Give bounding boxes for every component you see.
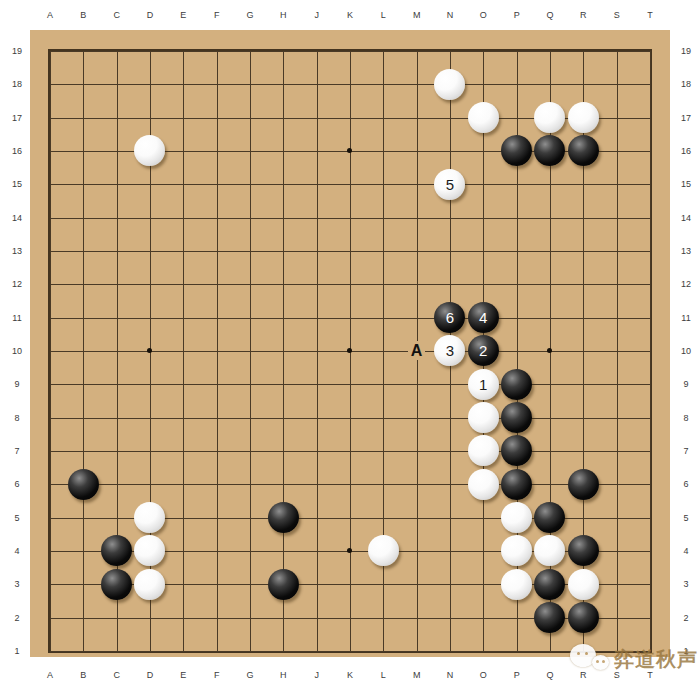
board-point[interactable] xyxy=(367,134,400,167)
board-point[interactable] xyxy=(433,34,466,67)
board-point[interactable] xyxy=(400,601,433,634)
board-point[interactable] xyxy=(33,334,66,367)
board-point[interactable] xyxy=(633,268,666,301)
board-point[interactable] xyxy=(167,68,200,101)
board-point[interactable] xyxy=(633,601,666,634)
board-point[interactable] xyxy=(633,234,666,267)
board-point[interactable] xyxy=(500,368,533,401)
board-point[interactable] xyxy=(300,568,333,601)
board-point[interactable] xyxy=(100,534,133,567)
board-point[interactable] xyxy=(33,568,66,601)
board-point[interactable] xyxy=(467,134,500,167)
board-point[interactable] xyxy=(133,268,166,301)
board-point[interactable] xyxy=(500,101,533,134)
board-point[interactable] xyxy=(467,468,500,501)
board-point[interactable] xyxy=(300,34,333,67)
board-point[interactable] xyxy=(300,401,333,434)
board-point[interactable] xyxy=(333,334,366,367)
board-point[interactable] xyxy=(367,34,400,67)
board-point[interactable] xyxy=(367,368,400,401)
board-point[interactable] xyxy=(33,101,66,134)
board-point[interactable] xyxy=(633,201,666,234)
board-point[interactable] xyxy=(300,601,333,634)
board-point[interactable] xyxy=(533,434,566,467)
board-point[interactable] xyxy=(167,434,200,467)
board-point[interactable] xyxy=(633,101,666,134)
board-point[interactable] xyxy=(300,234,333,267)
board-point[interactable] xyxy=(533,134,566,167)
board-point[interactable] xyxy=(333,468,366,501)
board-point[interactable] xyxy=(33,68,66,101)
board-point[interactable] xyxy=(167,34,200,67)
board-point[interactable] xyxy=(100,34,133,67)
board-point[interactable] xyxy=(167,634,200,667)
board-point[interactable] xyxy=(333,368,366,401)
board-point[interactable] xyxy=(133,134,166,167)
board-point[interactable] xyxy=(200,168,233,201)
board-point[interactable] xyxy=(100,434,133,467)
board-point[interactable] xyxy=(133,634,166,667)
board-point[interactable] xyxy=(533,101,566,134)
board-point[interactable]: 5 xyxy=(433,168,466,201)
board-point[interactable] xyxy=(33,434,66,467)
board-point[interactable] xyxy=(500,301,533,334)
board-point[interactable] xyxy=(600,501,633,534)
board-point[interactable] xyxy=(333,34,366,67)
board-point[interactable] xyxy=(567,101,600,134)
board-point[interactable] xyxy=(67,134,100,167)
board-point[interactable] xyxy=(333,68,366,101)
board-point[interactable] xyxy=(333,101,366,134)
board-point[interactable] xyxy=(267,34,300,67)
board-point[interactable] xyxy=(367,234,400,267)
board-point[interactable] xyxy=(100,401,133,434)
board-point[interactable] xyxy=(200,401,233,434)
board-point[interactable] xyxy=(300,134,333,167)
board-point[interactable] xyxy=(367,568,400,601)
board-point[interactable] xyxy=(433,201,466,234)
board-point[interactable] xyxy=(267,368,300,401)
board-point[interactable] xyxy=(467,634,500,667)
board-point[interactable] xyxy=(533,301,566,334)
board-point[interactable] xyxy=(67,434,100,467)
board-point[interactable] xyxy=(100,134,133,167)
board-point[interactable] xyxy=(67,568,100,601)
board-point[interactable] xyxy=(400,368,433,401)
board-point[interactable] xyxy=(233,601,266,634)
board-point[interactable] xyxy=(533,601,566,634)
board-point[interactable] xyxy=(133,68,166,101)
board-point[interactable] xyxy=(100,168,133,201)
board-point[interactable] xyxy=(600,134,633,167)
board-point[interactable] xyxy=(167,334,200,367)
board-point[interactable] xyxy=(133,334,166,367)
board-point[interactable] xyxy=(567,234,600,267)
board-point[interactable] xyxy=(67,534,100,567)
board-point[interactable] xyxy=(567,268,600,301)
board-point[interactable] xyxy=(500,534,533,567)
board-point[interactable] xyxy=(567,134,600,167)
board-point[interactable] xyxy=(133,534,166,567)
board-point[interactable] xyxy=(400,434,433,467)
board-point[interactable] xyxy=(333,301,366,334)
board-point[interactable] xyxy=(600,101,633,134)
board-point[interactable] xyxy=(200,201,233,234)
board-point[interactable] xyxy=(100,101,133,134)
board-point[interactable] xyxy=(367,268,400,301)
board-point[interactable] xyxy=(567,401,600,434)
board-point[interactable] xyxy=(567,201,600,234)
board-point[interactable] xyxy=(100,368,133,401)
board-point[interactable] xyxy=(567,568,600,601)
board-point[interactable] xyxy=(567,534,600,567)
board-point[interactable] xyxy=(33,134,66,167)
board-point[interactable] xyxy=(633,568,666,601)
board-point[interactable] xyxy=(533,468,566,501)
board-point[interactable] xyxy=(600,201,633,234)
board-point[interactable] xyxy=(433,234,466,267)
board-point[interactable] xyxy=(167,601,200,634)
board-point[interactable] xyxy=(600,301,633,334)
board-point[interactable] xyxy=(33,534,66,567)
board-point[interactable] xyxy=(100,634,133,667)
board-point[interactable] xyxy=(333,501,366,534)
board-point[interactable] xyxy=(400,168,433,201)
board-point[interactable] xyxy=(300,501,333,534)
board-point[interactable] xyxy=(300,168,333,201)
board-point[interactable] xyxy=(467,234,500,267)
board-point[interactable] xyxy=(133,401,166,434)
board-point[interactable] xyxy=(200,34,233,67)
board-point[interactable] xyxy=(467,534,500,567)
board-point[interactable] xyxy=(467,434,500,467)
board-point[interactable] xyxy=(433,268,466,301)
board-point[interactable] xyxy=(400,34,433,67)
board-point[interactable] xyxy=(133,301,166,334)
board-point[interactable] xyxy=(633,368,666,401)
board-point[interactable] xyxy=(567,334,600,367)
board-point[interactable] xyxy=(433,634,466,667)
board-point[interactable] xyxy=(133,201,166,234)
board-point[interactable] xyxy=(367,201,400,234)
board-point[interactable] xyxy=(600,601,633,634)
board-point[interactable] xyxy=(633,301,666,334)
board-point[interactable] xyxy=(400,234,433,267)
board-point[interactable] xyxy=(333,134,366,167)
board-point[interactable] xyxy=(367,601,400,634)
board-point[interactable] xyxy=(100,568,133,601)
board-point[interactable] xyxy=(500,334,533,367)
board-point[interactable] xyxy=(600,401,633,434)
board-point[interactable] xyxy=(500,168,533,201)
board-point[interactable] xyxy=(167,534,200,567)
board-point[interactable] xyxy=(133,34,166,67)
board-point[interactable] xyxy=(233,501,266,534)
board-point[interactable] xyxy=(333,634,366,667)
board-point[interactable] xyxy=(333,201,366,234)
board-point[interactable] xyxy=(67,268,100,301)
board-point[interactable] xyxy=(233,401,266,434)
board-point[interactable] xyxy=(500,468,533,501)
board-point[interactable] xyxy=(600,534,633,567)
board-point[interactable] xyxy=(600,334,633,367)
board-point[interactable] xyxy=(533,534,566,567)
board-point[interactable] xyxy=(533,234,566,267)
board-point[interactable] xyxy=(400,401,433,434)
board-point[interactable] xyxy=(500,434,533,467)
board-point[interactable] xyxy=(167,101,200,134)
board-point[interactable] xyxy=(367,434,400,467)
board-point[interactable] xyxy=(533,201,566,234)
board-point[interactable] xyxy=(233,268,266,301)
board-point[interactable] xyxy=(600,268,633,301)
board-point[interactable] xyxy=(600,34,633,67)
board-point[interactable]: 4 xyxy=(467,301,500,334)
board-point[interactable] xyxy=(167,468,200,501)
board-point[interactable] xyxy=(267,434,300,467)
board-point[interactable] xyxy=(100,601,133,634)
board-point[interactable] xyxy=(500,601,533,634)
board-point[interactable] xyxy=(167,168,200,201)
board-point[interactable] xyxy=(433,101,466,134)
board-point[interactable] xyxy=(467,101,500,134)
board-point[interactable] xyxy=(300,434,333,467)
board-point[interactable] xyxy=(200,134,233,167)
board-point[interactable] xyxy=(233,434,266,467)
board-point[interactable] xyxy=(133,601,166,634)
board-point[interactable] xyxy=(33,601,66,634)
board-point[interactable] xyxy=(600,568,633,601)
board-point[interactable] xyxy=(133,368,166,401)
board-point[interactable] xyxy=(367,401,400,434)
board-point[interactable] xyxy=(400,68,433,101)
board-point[interactable] xyxy=(500,401,533,434)
board-point[interactable] xyxy=(500,268,533,301)
board-point[interactable] xyxy=(33,501,66,534)
board-point[interactable] xyxy=(167,134,200,167)
board-point[interactable] xyxy=(67,368,100,401)
board-point[interactable] xyxy=(233,534,266,567)
board-point[interactable] xyxy=(633,434,666,467)
board-point[interactable] xyxy=(567,301,600,334)
board-point[interactable] xyxy=(467,168,500,201)
board-point[interactable] xyxy=(333,568,366,601)
board-point[interactable] xyxy=(367,301,400,334)
board-point[interactable] xyxy=(267,68,300,101)
board-point[interactable] xyxy=(367,468,400,501)
board-point[interactable] xyxy=(200,568,233,601)
board-point[interactable] xyxy=(300,68,333,101)
board-point[interactable] xyxy=(633,334,666,367)
board-point[interactable] xyxy=(300,301,333,334)
board-point[interactable] xyxy=(67,468,100,501)
board-point[interactable] xyxy=(100,334,133,367)
board-point[interactable] xyxy=(200,501,233,534)
board-point[interactable] xyxy=(600,368,633,401)
board-point[interactable] xyxy=(167,301,200,334)
board-point[interactable] xyxy=(600,68,633,101)
board-point[interactable] xyxy=(633,468,666,501)
board-point[interactable] xyxy=(567,601,600,634)
board-point[interactable] xyxy=(300,368,333,401)
board-point[interactable] xyxy=(433,368,466,401)
board-point[interactable] xyxy=(633,501,666,534)
board-point[interactable] xyxy=(267,168,300,201)
board-point[interactable] xyxy=(100,268,133,301)
board-point[interactable] xyxy=(200,368,233,401)
board-point[interactable] xyxy=(433,534,466,567)
board-point[interactable] xyxy=(633,534,666,567)
board-point[interactable] xyxy=(67,601,100,634)
board-point[interactable] xyxy=(167,201,200,234)
board-point[interactable] xyxy=(400,534,433,567)
board-point[interactable]: 1 xyxy=(467,368,500,401)
board-point[interactable] xyxy=(433,568,466,601)
board-point[interactable] xyxy=(300,534,333,567)
board-point[interactable] xyxy=(267,201,300,234)
board-point[interactable] xyxy=(100,501,133,534)
board-point[interactable] xyxy=(100,468,133,501)
board-point[interactable] xyxy=(400,301,433,334)
board-point[interactable] xyxy=(233,334,266,367)
board-point[interactable] xyxy=(533,568,566,601)
board-point[interactable] xyxy=(367,501,400,534)
board-point[interactable] xyxy=(100,301,133,334)
board-point[interactable] xyxy=(567,501,600,534)
board-point[interactable] xyxy=(333,168,366,201)
board-point[interactable] xyxy=(33,34,66,67)
board-point[interactable] xyxy=(167,368,200,401)
board-point[interactable] xyxy=(267,268,300,301)
board-point[interactable] xyxy=(267,301,300,334)
board-point[interactable] xyxy=(367,634,400,667)
board-point[interactable]: 3 xyxy=(433,334,466,367)
board-point[interactable] xyxy=(633,134,666,167)
board-point[interactable] xyxy=(67,501,100,534)
board-point[interactable] xyxy=(367,168,400,201)
board-point[interactable] xyxy=(67,334,100,367)
board-point[interactable] xyxy=(633,68,666,101)
board-point[interactable] xyxy=(567,368,600,401)
board-point[interactable] xyxy=(300,201,333,234)
board-point[interactable] xyxy=(500,34,533,67)
board-point[interactable] xyxy=(267,634,300,667)
board-point[interactable] xyxy=(567,168,600,201)
board-point[interactable] xyxy=(500,501,533,534)
board-point[interactable] xyxy=(233,101,266,134)
board-point[interactable] xyxy=(400,568,433,601)
board-point[interactable] xyxy=(67,234,100,267)
board-point[interactable] xyxy=(33,168,66,201)
board-point[interactable] xyxy=(267,234,300,267)
board-point[interactable] xyxy=(500,634,533,667)
board-point[interactable] xyxy=(333,434,366,467)
board-point[interactable] xyxy=(33,234,66,267)
board-point[interactable] xyxy=(433,68,466,101)
board-point[interactable] xyxy=(633,168,666,201)
board-point[interactable] xyxy=(300,468,333,501)
board-point[interactable] xyxy=(467,268,500,301)
board-point[interactable] xyxy=(567,434,600,467)
board-point[interactable] xyxy=(200,601,233,634)
board-point[interactable] xyxy=(267,601,300,634)
board-point[interactable] xyxy=(67,101,100,134)
board-point[interactable] xyxy=(433,601,466,634)
board-point[interactable] xyxy=(400,201,433,234)
board-point[interactable] xyxy=(267,101,300,134)
board-point[interactable] xyxy=(367,101,400,134)
board-point[interactable] xyxy=(267,468,300,501)
board-point[interactable] xyxy=(67,201,100,234)
board-point[interactable] xyxy=(467,401,500,434)
board-point[interactable] xyxy=(133,568,166,601)
board-point[interactable] xyxy=(167,501,200,534)
board-point[interactable] xyxy=(433,468,466,501)
board-point[interactable] xyxy=(333,234,366,267)
board-point[interactable] xyxy=(400,468,433,501)
board-point[interactable] xyxy=(200,468,233,501)
board-point[interactable] xyxy=(67,68,100,101)
board-point[interactable] xyxy=(167,234,200,267)
board-point[interactable] xyxy=(467,601,500,634)
board-point[interactable] xyxy=(467,201,500,234)
board-point[interactable] xyxy=(633,34,666,67)
board-point[interactable] xyxy=(233,201,266,234)
board-point[interactable] xyxy=(533,168,566,201)
board-point[interactable] xyxy=(133,468,166,501)
board-point[interactable] xyxy=(33,201,66,234)
board-point[interactable] xyxy=(600,434,633,467)
board-point[interactable] xyxy=(33,468,66,501)
board-point[interactable] xyxy=(233,301,266,334)
board-point[interactable] xyxy=(300,634,333,667)
board-point[interactable] xyxy=(500,234,533,267)
board-point[interactable] xyxy=(67,634,100,667)
board-point[interactable] xyxy=(200,301,233,334)
board-point[interactable] xyxy=(267,401,300,434)
board-point[interactable] xyxy=(433,401,466,434)
board-point[interactable] xyxy=(200,101,233,134)
board-point[interactable] xyxy=(600,168,633,201)
board-point[interactable] xyxy=(100,201,133,234)
board-point[interactable] xyxy=(367,334,400,367)
board-point[interactable] xyxy=(200,68,233,101)
board-point[interactable] xyxy=(333,534,366,567)
board-point[interactable] xyxy=(67,168,100,201)
board-point[interactable] xyxy=(500,68,533,101)
board-point[interactable] xyxy=(200,234,233,267)
board-point[interactable] xyxy=(33,301,66,334)
board-point[interactable] xyxy=(133,434,166,467)
board-point[interactable] xyxy=(200,634,233,667)
board-point[interactable] xyxy=(533,501,566,534)
board-point[interactable] xyxy=(333,601,366,634)
board-point[interactable] xyxy=(233,368,266,401)
board-point[interactable] xyxy=(600,468,633,501)
board-point[interactable] xyxy=(633,401,666,434)
board-point[interactable]: 2 xyxy=(467,334,500,367)
board-point[interactable] xyxy=(367,534,400,567)
board-point[interactable] xyxy=(200,334,233,367)
board-point[interactable] xyxy=(233,68,266,101)
board-point[interactable] xyxy=(33,268,66,301)
board-point[interactable] xyxy=(533,34,566,67)
board-point[interactable] xyxy=(533,401,566,434)
board-point[interactable] xyxy=(100,234,133,267)
board-point[interactable] xyxy=(233,634,266,667)
board-point[interactable] xyxy=(133,168,166,201)
board-point[interactable] xyxy=(233,568,266,601)
